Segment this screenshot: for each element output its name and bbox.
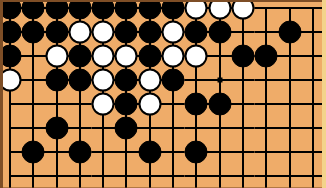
intersection-C12[interactable]: [45, 164, 68, 188]
intersection-L14[interactable]: [231, 116, 254, 140]
intersection-L17[interactable]: ●: [231, 44, 254, 68]
intersection-G16[interactable]: ●: [138, 68, 161, 92]
intersection-M13[interactable]: [255, 140, 278, 164]
go-board-grid: ●●●●●●●●●●●●●●●●●●●●●●●●●●●●●●●●●●●●●●●●…: [0, 0, 325, 188]
intersection-C16[interactable]: ●: [45, 68, 68, 92]
intersection-F16[interactable]: ●: [115, 68, 138, 92]
star-point-K16: [217, 78, 222, 83]
white-stone-A16: ●: [0, 69, 22, 92]
intersection-M15[interactable]: [255, 92, 278, 116]
intersection-N15[interactable]: [278, 92, 301, 116]
board-frame-top: [0, 0, 326, 2]
intersection-N17[interactable]: [278, 44, 301, 68]
intersection-M18[interactable]: [255, 20, 278, 44]
black-stone-K15: ●: [208, 93, 231, 116]
black-stone-H16: ●: [162, 69, 185, 92]
intersection-C18[interactable]: ●: [45, 20, 68, 44]
intersection-F17[interactable]: ●: [115, 44, 138, 68]
intersection-F13[interactable]: [115, 140, 138, 164]
black-stone-B19: ●: [22, 0, 45, 20]
intersection-F15[interactable]: ●: [115, 92, 138, 116]
black-stone-G19: ●: [138, 0, 161, 20]
intersection-H14[interactable]: [161, 116, 184, 140]
intersection-H17[interactable]: ●: [161, 44, 184, 68]
black-stone-C14: ●: [45, 117, 68, 140]
intersection-D17[interactable]: ●: [68, 44, 91, 68]
white-stone-J19: ●: [185, 0, 208, 20]
intersection-H19[interactable]: ●: [161, 0, 184, 20]
intersection-L13[interactable]: [231, 140, 254, 164]
intersection-D13[interactable]: ●: [68, 140, 91, 164]
intersection-B19[interactable]: ●: [22, 0, 45, 20]
intersection-E19[interactable]: ●: [92, 0, 115, 20]
white-stone-D18: ●: [68, 21, 91, 44]
intersection-G17[interactable]: ●: [138, 44, 161, 68]
intersection-M19[interactable]: [255, 0, 278, 20]
white-stone-L19: ●: [231, 0, 254, 20]
intersection-L18[interactable]: [231, 20, 254, 44]
intersection-G15[interactable]: ●: [138, 92, 161, 116]
black-stone-K18: ●: [208, 21, 231, 44]
intersection-J18[interactable]: ●: [185, 20, 208, 44]
intersection-N16[interactable]: [278, 68, 301, 92]
intersection-N14[interactable]: [278, 116, 301, 140]
intersection-B18[interactable]: ●: [22, 20, 45, 44]
black-stone-M17: ●: [255, 45, 278, 68]
intersection-D19[interactable]: ●: [68, 0, 91, 20]
intersection-J16[interactable]: [185, 68, 208, 92]
intersection-K15[interactable]: ●: [208, 92, 231, 116]
intersection-K19[interactable]: ●: [208, 0, 231, 20]
intersection-G14[interactable]: [138, 116, 161, 140]
intersection-C17[interactable]: ●: [45, 44, 68, 68]
intersection-K12[interactable]: [208, 164, 231, 188]
intersection-F18[interactable]: ●: [115, 20, 138, 44]
intersection-K16[interactable]: [208, 68, 231, 92]
intersection-J12[interactable]: [185, 164, 208, 188]
intersection-A17[interactable]: ●: [0, 44, 22, 68]
white-stone-H17: ●: [162, 45, 185, 68]
intersection-F12[interactable]: [115, 164, 138, 188]
intersection-G13[interactable]: ●: [138, 140, 161, 164]
intersection-E13[interactable]: [92, 140, 115, 164]
intersection-M14[interactable]: [255, 116, 278, 140]
intersection-G18[interactable]: ●: [138, 20, 161, 44]
intersection-B14[interactable]: [22, 116, 45, 140]
black-stone-A17: ●: [0, 45, 22, 68]
intersection-H13[interactable]: [161, 140, 184, 164]
intersection-L12[interactable]: [231, 164, 254, 188]
intersection-E15[interactable]: ●: [92, 92, 115, 116]
black-stone-F15: ●: [115, 93, 138, 116]
intersection-A13[interactable]: [0, 140, 22, 164]
intersection-A15[interactable]: [0, 92, 22, 116]
intersection-A19[interactable]: ●: [0, 0, 22, 20]
white-stone-C17: ●: [45, 45, 68, 68]
white-stone-G16: ●: [138, 69, 161, 92]
black-stone-D16: ●: [68, 69, 91, 92]
intersection-J14[interactable]: [185, 116, 208, 140]
intersection-E12[interactable]: [92, 164, 115, 188]
intersection-H16[interactable]: ●: [161, 68, 184, 92]
intersection-K18[interactable]: ●: [208, 20, 231, 44]
intersection-K14[interactable]: [208, 116, 231, 140]
black-stone-C18: ●: [45, 21, 68, 44]
board-frame-bottom: [0, 187, 326, 188]
intersection-K13[interactable]: [208, 140, 231, 164]
intersection-E17[interactable]: ●: [92, 44, 115, 68]
intersection-C13[interactable]: [45, 140, 68, 164]
white-stone-H18: ●: [162, 21, 185, 44]
intersection-G19[interactable]: ●: [138, 0, 161, 20]
intersection-B15[interactable]: [22, 92, 45, 116]
intersection-D15[interactable]: [68, 92, 91, 116]
intersection-N13[interactable]: [278, 140, 301, 164]
intersection-M16[interactable]: [255, 68, 278, 92]
intersection-G12[interactable]: [138, 164, 161, 188]
white-stone-G15: ●: [138, 93, 161, 116]
intersection-M12[interactable]: [255, 164, 278, 188]
black-stone-D17: ●: [68, 45, 91, 68]
intersection-B16[interactable]: [22, 68, 45, 92]
black-stone-A18: ●: [0, 21, 22, 44]
intersection-F19[interactable]: ●: [115, 0, 138, 20]
intersection-C14[interactable]: ●: [45, 116, 68, 140]
intersection-L15[interactable]: [231, 92, 254, 116]
intersection-A12[interactable]: [0, 164, 22, 188]
intersection-A14[interactable]: [0, 116, 22, 140]
black-stone-J13: ●: [185, 141, 208, 164]
black-stone-F14: ●: [115, 117, 138, 140]
intersection-D16[interactable]: ●: [68, 68, 91, 92]
black-stone-G17: ●: [138, 45, 161, 68]
intersection-A18[interactable]: ●: [0, 20, 22, 44]
black-stone-H19: ●: [162, 0, 185, 20]
intersection-J15[interactable]: ●: [185, 92, 208, 116]
white-stone-F17: ●: [115, 45, 138, 68]
intersection-E14[interactable]: [92, 116, 115, 140]
white-stone-J17: ●: [185, 45, 208, 68]
go-board: ●●●●●●●●●●●●●●●●●●●●●●●●●●●●●●●●●●●●●●●●…: [0, 0, 326, 188]
intersection-B17[interactable]: [22, 44, 45, 68]
intersection-H12[interactable]: [161, 164, 184, 188]
black-stone-B18: ●: [22, 21, 45, 44]
black-stone-D13: ●: [68, 141, 91, 164]
white-stone-E18: ●: [92, 21, 115, 44]
black-stone-C19: ●: [45, 0, 68, 20]
black-stone-B13: ●: [22, 141, 45, 164]
intersection-L16[interactable]: [231, 68, 254, 92]
black-stone-L17: ●: [231, 45, 254, 68]
white-stone-E17: ●: [92, 45, 115, 68]
intersection-J13[interactable]: ●: [185, 140, 208, 164]
white-stone-E16: ●: [92, 69, 115, 92]
black-stone-A19: ●: [0, 0, 22, 20]
intersection-D14[interactable]: [68, 116, 91, 140]
intersection-B12[interactable]: [22, 164, 45, 188]
black-stone-J15: ●: [185, 93, 208, 116]
black-stone-F19: ●: [115, 0, 138, 20]
black-stone-G18: ●: [138, 21, 161, 44]
black-stone-C16: ●: [45, 69, 68, 92]
right-edge-strip: [322, 0, 326, 188]
intersection-C15[interactable]: [45, 92, 68, 116]
black-stone-G13: ●: [138, 141, 161, 164]
board-frame-left: [0, 0, 3, 188]
intersection-A16[interactable]: ●: [0, 68, 22, 92]
intersection-K17[interactable]: [208, 44, 231, 68]
intersection-B13[interactable]: ●: [22, 140, 45, 164]
intersection-D18[interactable]: ●: [68, 20, 91, 44]
intersection-D12[interactable]: [68, 164, 91, 188]
intersection-L19[interactable]: ●: [231, 0, 254, 20]
black-stone-N18: ●: [278, 21, 301, 44]
intersection-E18[interactable]: ●: [92, 20, 115, 44]
intersection-H15[interactable]: [161, 92, 184, 116]
intersection-N18[interactable]: ●: [278, 20, 301, 44]
intersection-N19[interactable]: [278, 0, 301, 20]
black-stone-F16: ●: [115, 69, 138, 92]
intersection-C19[interactable]: ●: [45, 0, 68, 20]
intersection-F14[interactable]: ●: [115, 116, 138, 140]
white-stone-K19: ●: [208, 0, 231, 20]
intersection-N12[interactable]: [278, 164, 301, 188]
white-stone-E15: ●: [92, 93, 115, 116]
intersection-M17[interactable]: ●: [255, 44, 278, 68]
intersection-E16[interactable]: ●: [92, 68, 115, 92]
black-stone-J18: ●: [185, 21, 208, 44]
black-stone-D19: ●: [68, 0, 91, 20]
black-stone-E19: ●: [92, 0, 115, 20]
intersection-J17[interactable]: ●: [185, 44, 208, 68]
intersection-J19[interactable]: ●: [185, 0, 208, 20]
black-stone-F18: ●: [115, 21, 138, 44]
intersection-H18[interactable]: ●: [161, 20, 184, 44]
